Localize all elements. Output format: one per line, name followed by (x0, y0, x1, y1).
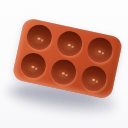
specular-highlight (95, 80, 98, 82)
product-photo-scene (0, 0, 128, 128)
specular-highlight (35, 67, 38, 69)
specular-highlight (37, 37, 40, 40)
mold-cavity (49, 57, 79, 87)
specular-highlight (62, 72, 65, 75)
specular-highlight (71, 46, 74, 48)
mold-cavity (18, 51, 48, 81)
specular-highlight (41, 39, 44, 41)
cavity-grid (18, 22, 114, 93)
mold-cavity (85, 35, 115, 65)
specular-highlight (92, 78, 95, 81)
specular-highlight (101, 52, 104, 54)
specular-highlight (65, 74, 68, 76)
specular-highlight (68, 43, 71, 46)
specular-highlight (31, 65, 34, 68)
mold-cavity (55, 29, 85, 59)
mold-cavity (24, 22, 54, 52)
mold-cavity (79, 64, 109, 94)
specular-highlight (98, 50, 101, 53)
